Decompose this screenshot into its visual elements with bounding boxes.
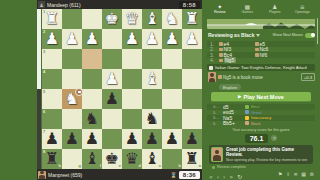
white-king-piece: ♚ — [102, 9, 122, 29]
square-h4[interactable]: 4 — [42, 69, 62, 89]
evaluation-graph[interactable] — [207, 17, 315, 29]
file-label: a — [199, 164, 201, 168]
book-icon — [209, 66, 213, 70]
square-f6[interactable]: ♞ — [82, 109, 102, 129]
square-h8[interactable]: 8h♜ — [42, 149, 62, 169]
accuracy-row: 76.1 ? — [206, 133, 316, 143]
square-b4[interactable] — [162, 69, 182, 89]
square-b5[interactable] — [162, 89, 182, 109]
book-move-icon — [255, 48, 259, 52]
rank-label: 5 — [43, 90, 45, 94]
chevron-down-icon — [256, 34, 260, 37]
move-row: 4.Ng5 — [207, 58, 315, 64]
rank-label: 3 — [43, 50, 45, 54]
square-g3[interactable] — [62, 49, 82, 69]
book-move-icon — [219, 59, 223, 63]
black-pawn-piece: ♟ — [182, 129, 202, 149]
move-list-icon[interactable]: ≡ — [294, 172, 298, 177]
black-knight-piece: ♞ — [142, 109, 162, 129]
square-a6[interactable] — [182, 109, 202, 129]
square-g1[interactable] — [62, 9, 82, 29]
book-move-icon — [219, 53, 223, 57]
square-e3[interactable] — [102, 49, 122, 69]
review-sidebar: ✦Review▦Games♟Players≡Openings Reviewing… — [206, 0, 318, 180]
white-rook-piece: ♜ — [182, 9, 202, 29]
evaluation-bar — [37, 9, 41, 169]
square-f8[interactable]: f♝ — [82, 149, 102, 169]
rank-label: 6 — [43, 110, 45, 114]
coach-message: Ng5 is a book move — [218, 75, 299, 80]
opening-name-banner[interactable]: Italian Game: Two Knights Defense, Knigh… — [207, 64, 315, 71]
book-move-icon — [255, 53, 259, 57]
square-a1[interactable]: ♜ — [182, 9, 202, 29]
white-pawn-piece: ♟ — [102, 69, 122, 89]
step-back-icon[interactable]: ‹ — [217, 173, 219, 180]
opponent-clock: 8:58 — [179, 1, 200, 9]
player-name: Manpreet (659) — [48, 172, 171, 178]
player-clock: 8:36 — [179, 171, 200, 179]
square-d3[interactable] — [122, 49, 142, 69]
square-g2[interactable]: ♟ — [62, 29, 82, 49]
move-Ng5[interactable]: Ng5 — [219, 57, 255, 63]
square-b1[interactable]: ♞ — [162, 9, 182, 29]
book-move-icon — [219, 42, 223, 46]
coach-avatar-small — [211, 147, 223, 162]
square-h5[interactable]: 5 — [42, 89, 62, 109]
go-to-end-icon[interactable]: » — [229, 173, 233, 180]
white-queen-piece: ♛ — [122, 9, 142, 29]
black-pawn-piece: ♟ — [82, 129, 102, 149]
square-d5[interactable] — [122, 89, 142, 109]
square-d1[interactable]: ♛ — [122, 9, 142, 29]
square-h7[interactable]: 7♟ — [42, 129, 62, 149]
classification-icon — [245, 105, 249, 109]
help-icon[interactable]: ? — [271, 135, 277, 141]
square-e8[interactable]: e♚ — [102, 149, 122, 169]
tool-controls: ⚑⇧≡▦⚙ — [274, 172, 314, 177]
white-pawn-piece: ♟ — [182, 29, 202, 49]
toggle-knob — [311, 33, 315, 37]
square-e6[interactable] — [102, 109, 122, 129]
book-move-badge — [75, 88, 83, 96]
opponent-avatar: ♟ — [38, 1, 45, 8]
square-c8[interactable]: c♝ — [142, 149, 162, 169]
book-move-icon — [219, 48, 223, 52]
square-a7[interactable]: ♟ — [182, 129, 202, 149]
square-f2[interactable]: ♟ — [82, 29, 102, 49]
rank-label: 1 — [43, 10, 45, 14]
game-review-screen: ♟ Mandeep (611) 8:58 1♜♚♛♝♞♜2♟♟♟♟♟♟♟34♟♝… — [0, 0, 320, 180]
reviewing-as-label[interactable]: Reviewing as Black — [208, 32, 254, 38]
square-b3[interactable] — [162, 49, 182, 69]
show-next-moves-toggle[interactable] — [305, 33, 315, 38]
square-g8[interactable]: g — [62, 149, 82, 169]
white-knight-piece: ♞ — [162, 9, 182, 29]
square-a2[interactable]: ♟ — [182, 29, 202, 49]
explore-chip[interactable]: Explore — [219, 84, 241, 90]
file-label: g — [79, 164, 81, 168]
square-a4[interactable] — [182, 69, 202, 89]
square-h1[interactable]: 1♜ — [42, 9, 62, 29]
classification-label: Inaccuracy — [251, 115, 271, 120]
rank-label: 2 — [43, 30, 45, 34]
classification-label: Best — [251, 104, 259, 109]
tab-openings[interactable]: ≡Openings — [289, 3, 317, 16]
square-d7[interactable]: ♟ — [122, 129, 142, 149]
coach-message-text: Ng5 is a book move — [223, 75, 263, 80]
accuracy-caption: Your accuracy score for this game — [206, 128, 316, 132]
square-h2[interactable]: 2♟ — [42, 29, 62, 49]
square-e1[interactable]: ♚ — [102, 9, 122, 29]
next-moves-list: 4…d5Best5.exd5Great5…Na5Inaccuracy6.Bb5+… — [207, 104, 315, 126]
square-f7[interactable]: ♟ — [82, 129, 102, 149]
opponent-name: Mandeep (611) — [47, 2, 179, 8]
square-c4[interactable]: ♝ — [142, 69, 162, 89]
square-a3[interactable] — [182, 49, 202, 69]
sidebar-tabs: ✦Review▦Games♟Players≡Openings — [206, 3, 316, 16]
go-to-start-icon[interactable]: « — [209, 173, 213, 180]
classification-icon — [245, 116, 249, 120]
classification-label: Great — [251, 110, 261, 115]
square-e2[interactable] — [102, 29, 122, 49]
white-pawn-piece: ♟ — [62, 29, 82, 49]
book-move-icon — [255, 42, 259, 46]
square-e5[interactable]: ♟ — [102, 89, 122, 109]
play-next-move-button[interactable]: ▶ Play Next Move — [211, 92, 311, 102]
next-move-Bb5+: Bb5+ — [223, 120, 243, 126]
coach-avatar — [208, 72, 216, 82]
square-c7[interactable]: ♟ — [142, 129, 162, 149]
square-g5[interactable]: ♞ — [62, 89, 82, 109]
black-pawn-piece: ♟ — [142, 129, 162, 149]
accuracy-value: 76.1 — [245, 134, 269, 143]
replay-icon[interactable]: ↻ — [237, 173, 242, 180]
file-label: f — [100, 164, 101, 168]
review-header: Reviewing as Black Show Next Moves — [208, 31, 315, 39]
black-knight-piece: ♞ — [82, 109, 102, 129]
classification-label: Book — [251, 121, 261, 126]
white-pawn-piece: ♟ — [122, 29, 142, 49]
square-d8[interactable]: d♛ — [122, 149, 142, 169]
square-e7[interactable] — [102, 129, 122, 149]
white-bishop-piece: ♝ — [142, 9, 162, 29]
opponent-player-bar: ♟ Mandeep (611) 8:58 — [37, 0, 202, 9]
square-h6[interactable]: 6 — [42, 109, 62, 129]
square-b2[interactable]: ♟ — [162, 29, 182, 49]
rank-label: 7 — [43, 130, 45, 134]
file-label: c — [159, 164, 161, 168]
square-a5[interactable] — [182, 89, 202, 109]
square-a8[interactable]: a♜ — [182, 149, 202, 169]
black-pawn-piece: ♟ — [102, 89, 122, 109]
summary-title: Great job completing this Game Review. — [226, 147, 311, 157]
rank-label: 4 — [43, 70, 45, 74]
book-move-icon — [218, 75, 222, 79]
square-b8[interactable]: b — [162, 149, 182, 169]
square-b7[interactable]: ♟ — [162, 129, 182, 149]
file-label: e — [119, 164, 121, 168]
white-pawn-piece: ♟ — [82, 29, 102, 49]
settings-icon[interactable]: ⚙ — [310, 172, 314, 177]
square-f3[interactable] — [82, 49, 102, 69]
player-avatar — [38, 171, 46, 179]
square-g6[interactable] — [62, 109, 82, 129]
next-move-row[interactable]: 6.Bb5+Book — [207, 121, 315, 127]
timer-icon: ⌛ — [171, 172, 177, 178]
white-pawn-piece: ♟ — [142, 29, 162, 49]
square-b6[interactable] — [162, 109, 182, 129]
square-f1[interactable] — [82, 9, 102, 29]
black-pawn-piece: ♟ — [62, 129, 82, 149]
move-Nf6[interactable]: Nf6 — [255, 52, 291, 58]
evaluation-badge: +0.3 — [301, 73, 315, 81]
opening-name: Italian Game: Two Knights Defense, Knigh… — [215, 65, 307, 70]
rank-label: 8 — [43, 150, 45, 154]
classification-icon — [245, 110, 249, 114]
square-g7[interactable]: ♟ — [62, 129, 82, 149]
chess-board[interactable]: 1♜♚♛♝♞♜2♟♟♟♟♟♟♟34♟♝5♞♟6♞♞7♟♟♟♟♟♟♟8h♜gf♝e… — [42, 9, 202, 169]
review-summary-card: Great job completing this Game Review. N… — [209, 145, 313, 164]
nav-controls: «‹›»↻ — [209, 165, 246, 180]
square-c2[interactable]: ♟ — [142, 29, 162, 49]
player-bar: Manpreet (659) ⌛ 8:36 — [37, 169, 202, 180]
scrollbar-thumb[interactable] — [317, 18, 319, 44]
black-pawn-piece: ♟ — [122, 129, 142, 149]
evaluation-bar-white — [37, 9, 41, 89]
flag-icon[interactable]: ⚑ — [278, 172, 282, 177]
show-next-moves-label: Show Next Moves — [272, 33, 303, 37]
square-e4[interactable]: ♟ — [102, 69, 122, 89]
file-label: d — [139, 164, 141, 168]
square-c3[interactable] — [142, 49, 162, 69]
square-c6[interactable]: ♞ — [142, 109, 162, 129]
playback-controls: «‹›»↻ ⚑⇧≡▦⚙ — [209, 170, 314, 178]
step-forward-icon[interactable]: › — [223, 173, 225, 180]
tab-games[interactable]: ▦Games — [234, 3, 262, 16]
play-next-move-label: Play Next Move — [244, 94, 284, 100]
file-label: h — [59, 164, 61, 168]
share-icon[interactable]: ⇧ — [286, 172, 290, 177]
move-list: 1.e4e52.Nf3Nc63.Bc4Nf64.Ng5 — [207, 41, 315, 63]
square-d4[interactable] — [122, 69, 142, 89]
square-c5[interactable] — [142, 89, 162, 109]
square-h3[interactable]: 3 — [42, 49, 62, 69]
black-pawn-piece: ♟ — [162, 129, 182, 149]
board-options-icon[interactable]: ▦ — [301, 172, 306, 177]
square-f5[interactable] — [82, 89, 102, 109]
play-icon: ▶ — [238, 94, 241, 99]
file-label: b — [179, 164, 181, 168]
classification-icon — [245, 121, 249, 125]
tab-review[interactable]: ✦Review — [206, 3, 234, 16]
coach-comment-row: Ng5 is a book move +0.3 — [208, 72, 315, 82]
square-d2[interactable]: ♟ — [122, 29, 142, 49]
white-bishop-piece: ♝ — [142, 69, 162, 89]
square-f4[interactable] — [82, 69, 102, 89]
square-d6[interactable] — [122, 109, 142, 129]
white-pawn-piece: ♟ — [162, 29, 182, 49]
square-c1[interactable]: ♝ — [142, 9, 162, 29]
tab-players[interactable]: ♟Players — [261, 3, 289, 16]
square-g4[interactable] — [62, 69, 82, 89]
summary-body: Nice opening play. Review the key moment… — [226, 158, 311, 162]
